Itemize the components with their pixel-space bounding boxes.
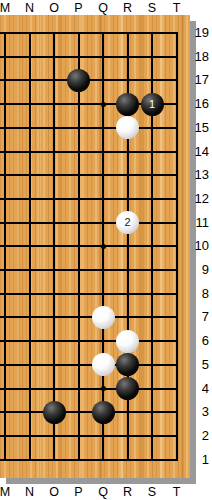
- column-label-P: P: [69, 1, 89, 15]
- column-label-Q: Q: [93, 1, 113, 15]
- row-label-8: 8: [193, 287, 209, 301]
- white-stone-R15[interactable]: [116, 116, 139, 139]
- column-label-M: M: [0, 1, 15, 15]
- row-label-4: 4: [193, 382, 209, 396]
- grid-line-row-8: [0, 293, 178, 295]
- column-label-T: T: [167, 1, 187, 15]
- white-stone-R6[interactable]: [116, 330, 139, 353]
- row-label-2: 2: [193, 429, 209, 443]
- row-label-10: 10: [193, 239, 209, 253]
- grid-line-row-18: [0, 56, 178, 58]
- grid-line-row-12: [0, 198, 178, 200]
- black-stone-Q3[interactable]: [92, 401, 115, 424]
- row-label-14: 14: [193, 145, 209, 159]
- grid-line-row-14: [0, 151, 178, 153]
- row-label-9: 9: [193, 263, 209, 277]
- white-stone-Q5[interactable]: [92, 353, 115, 376]
- move-number-label: 1: [149, 98, 155, 110]
- move-number-label: 2: [124, 216, 130, 228]
- column-label-T: T: [167, 485, 187, 499]
- grid-line-row-10: [0, 245, 178, 247]
- row-label-19: 19: [193, 26, 209, 40]
- column-label-O: O: [44, 485, 64, 499]
- row-label-16: 16: [193, 97, 209, 111]
- star-point-Q4: [101, 386, 106, 391]
- black-stone-R4[interactable]: [116, 377, 139, 400]
- row-label-1: 1: [193, 453, 209, 467]
- row-label-17: 17: [193, 73, 209, 87]
- grid-line-row-15: [0, 127, 178, 129]
- row-label-7: 7: [193, 310, 209, 324]
- white-stone-R11[interactable]: 2: [116, 211, 139, 234]
- star-point-Q10: [101, 244, 106, 249]
- column-label-S: S: [142, 1, 162, 15]
- row-label-5: 5: [193, 358, 209, 372]
- row-label-3: 3: [193, 405, 209, 419]
- column-label-N: N: [20, 485, 40, 499]
- grid-line-row-1: [0, 459, 178, 461]
- go-board[interactable]: 12: [0, 15, 190, 478]
- black-stone-S16[interactable]: 1: [141, 93, 164, 116]
- star-point-Q16: [101, 102, 106, 107]
- grid-line-row-2: [0, 435, 178, 437]
- grid-line-row-7: [0, 316, 178, 318]
- go-board-diagram: 12 MNOPQRSTMNOPQRST191817161514131211109…: [0, 0, 212, 500]
- black-stone-P17[interactable]: [67, 69, 90, 92]
- row-label-11: 11: [193, 216, 209, 230]
- column-label-P: P: [69, 485, 89, 499]
- white-stone-Q7[interactable]: [92, 306, 115, 329]
- column-label-R: R: [118, 1, 138, 15]
- grid-line-row-4: [0, 388, 178, 390]
- grid-line-row-3: [0, 411, 178, 413]
- column-label-M: M: [0, 485, 15, 499]
- row-label-6: 6: [193, 334, 209, 348]
- column-label-S: S: [142, 485, 162, 499]
- grid-line-row-9: [0, 269, 178, 271]
- grid-line-row-19: [0, 32, 178, 34]
- column-label-Q: Q: [93, 485, 113, 499]
- black-stone-R5[interactable]: [116, 353, 139, 376]
- row-label-12: 12: [193, 192, 209, 206]
- black-stone-O3[interactable]: [43, 401, 66, 424]
- grid-line-row-13: [0, 174, 178, 176]
- grid-line-row-6: [0, 340, 178, 342]
- grid-line-row-5: [0, 364, 178, 366]
- row-label-15: 15: [193, 121, 209, 135]
- black-stone-R16[interactable]: [116, 93, 139, 116]
- row-label-18: 18: [193, 50, 209, 64]
- column-label-N: N: [20, 1, 40, 15]
- column-label-O: O: [44, 1, 64, 15]
- column-label-R: R: [118, 485, 138, 499]
- grid-line-row-11: [0, 222, 178, 224]
- row-label-13: 13: [193, 168, 209, 182]
